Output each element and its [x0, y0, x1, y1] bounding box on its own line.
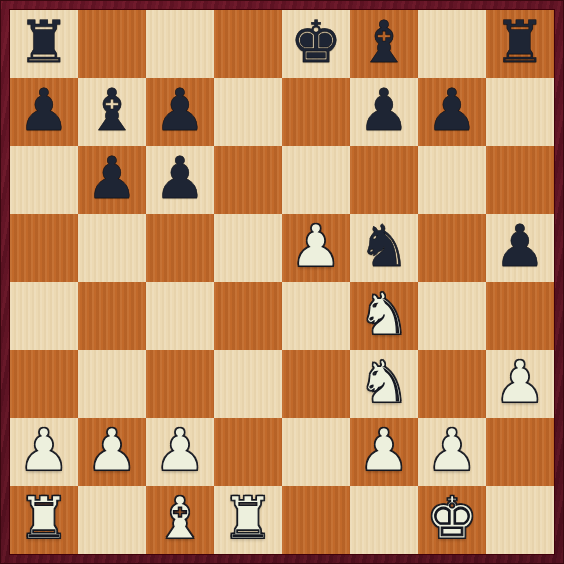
- square-f8[interactable]: ♝: [350, 10, 418, 78]
- square-f1[interactable]: [350, 486, 418, 554]
- piece-white-pawn: ♟: [494, 350, 546, 416]
- square-c1[interactable]: ♝: [146, 486, 214, 554]
- square-h5[interactable]: ♟: [486, 214, 554, 282]
- piece-black-rook: ♜: [18, 10, 70, 76]
- square-h8[interactable]: ♜: [486, 10, 554, 78]
- piece-black-pawn: ♟: [358, 78, 410, 144]
- square-d4[interactable]: [214, 282, 282, 350]
- piece-black-bishop: ♝: [358, 10, 410, 76]
- square-b1[interactable]: [78, 486, 146, 554]
- piece-black-king: ♚: [290, 10, 342, 76]
- square-f5[interactable]: ♞: [350, 214, 418, 282]
- piece-black-bishop: ♝: [86, 78, 138, 144]
- square-a2[interactable]: ♟: [10, 418, 78, 486]
- square-e1[interactable]: [282, 486, 350, 554]
- square-b4[interactable]: [78, 282, 146, 350]
- square-h2[interactable]: [486, 418, 554, 486]
- square-c5[interactable]: [146, 214, 214, 282]
- board-frame: ♜♚♝♜♟♝♟♟♟♟♟♟♞♟♞♞♟♟♟♟♟♟♜♝♜♚: [0, 0, 564, 564]
- square-d5[interactable]: [214, 214, 282, 282]
- square-d3[interactable]: [214, 350, 282, 418]
- square-e3[interactable]: [282, 350, 350, 418]
- square-d7[interactable]: [214, 78, 282, 146]
- square-b5[interactable]: [78, 214, 146, 282]
- square-a7[interactable]: ♟: [10, 78, 78, 146]
- square-g6[interactable]: [418, 146, 486, 214]
- square-g8[interactable]: [418, 10, 486, 78]
- square-d6[interactable]: [214, 146, 282, 214]
- square-a8[interactable]: ♜: [10, 10, 78, 78]
- square-c7[interactable]: ♟: [146, 78, 214, 146]
- piece-white-king: ♚: [426, 486, 478, 552]
- square-a5[interactable]: [10, 214, 78, 282]
- piece-black-pawn: ♟: [154, 78, 206, 144]
- square-g7[interactable]: ♟: [418, 78, 486, 146]
- piece-white-pawn: ♟: [154, 418, 206, 484]
- square-d1[interactable]: ♜: [214, 486, 282, 554]
- square-c2[interactable]: ♟: [146, 418, 214, 486]
- square-b7[interactable]: ♝: [78, 78, 146, 146]
- square-c8[interactable]: [146, 10, 214, 78]
- square-a1[interactable]: ♜: [10, 486, 78, 554]
- piece-black-pawn: ♟: [86, 146, 138, 212]
- square-c4[interactable]: [146, 282, 214, 350]
- square-d8[interactable]: [214, 10, 282, 78]
- square-f2[interactable]: ♟: [350, 418, 418, 486]
- square-d2[interactable]: [214, 418, 282, 486]
- square-h6[interactable]: [486, 146, 554, 214]
- piece-white-rook: ♜: [18, 486, 70, 552]
- piece-black-rook: ♜: [494, 10, 546, 76]
- piece-white-knight: ♞: [358, 282, 410, 348]
- square-a3[interactable]: [10, 350, 78, 418]
- square-e5[interactable]: ♟: [282, 214, 350, 282]
- square-f3[interactable]: ♞: [350, 350, 418, 418]
- square-g5[interactable]: [418, 214, 486, 282]
- square-b6[interactable]: ♟: [78, 146, 146, 214]
- square-a4[interactable]: [10, 282, 78, 350]
- square-h7[interactable]: [486, 78, 554, 146]
- square-e7[interactable]: [282, 78, 350, 146]
- piece-black-pawn: ♟: [154, 146, 206, 212]
- square-c3[interactable]: [146, 350, 214, 418]
- piece-white-bishop: ♝: [154, 486, 206, 552]
- square-c6[interactable]: ♟: [146, 146, 214, 214]
- piece-white-pawn: ♟: [290, 214, 342, 280]
- square-g2[interactable]: ♟: [418, 418, 486, 486]
- square-f6[interactable]: [350, 146, 418, 214]
- piece-white-rook: ♜: [222, 486, 274, 552]
- square-h3[interactable]: ♟: [486, 350, 554, 418]
- square-b8[interactable]: [78, 10, 146, 78]
- piece-black-knight: ♞: [358, 214, 410, 280]
- square-e4[interactable]: [282, 282, 350, 350]
- square-a6[interactable]: [10, 146, 78, 214]
- chess-board: ♜♚♝♜♟♝♟♟♟♟♟♟♞♟♞♞♟♟♟♟♟♟♜♝♜♚: [10, 10, 554, 554]
- square-h1[interactable]: [486, 486, 554, 554]
- square-f4[interactable]: ♞: [350, 282, 418, 350]
- piece-white-pawn: ♟: [86, 418, 138, 484]
- square-f7[interactable]: ♟: [350, 78, 418, 146]
- piece-black-pawn: ♟: [426, 78, 478, 144]
- square-b3[interactable]: [78, 350, 146, 418]
- piece-white-pawn: ♟: [18, 418, 70, 484]
- square-e2[interactable]: [282, 418, 350, 486]
- square-g1[interactable]: ♚: [418, 486, 486, 554]
- square-e6[interactable]: [282, 146, 350, 214]
- piece-black-pawn: ♟: [18, 78, 70, 144]
- square-g4[interactable]: [418, 282, 486, 350]
- square-g3[interactable]: [418, 350, 486, 418]
- piece-white-pawn: ♟: [426, 418, 478, 484]
- piece-white-pawn: ♟: [358, 418, 410, 484]
- square-e8[interactable]: ♚: [282, 10, 350, 78]
- square-h4[interactable]: [486, 282, 554, 350]
- piece-black-pawn: ♟: [494, 214, 546, 280]
- square-b2[interactable]: ♟: [78, 418, 146, 486]
- piece-white-knight: ♞: [358, 350, 410, 416]
